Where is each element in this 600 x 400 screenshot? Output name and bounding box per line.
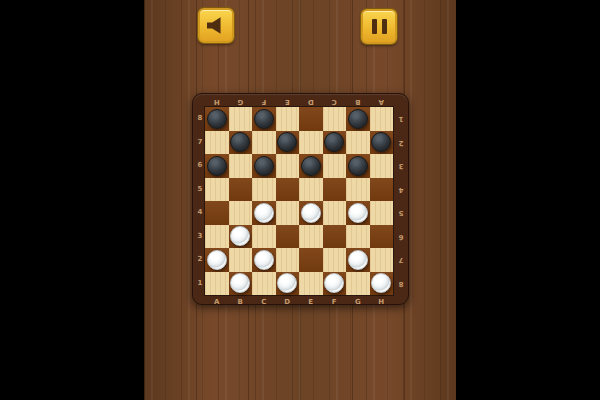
black-man-e6[interactable] [301,156,321,176]
square-f4[interactable] [323,201,347,225]
square-c6[interactable] [252,154,276,178]
pause-button[interactable] [361,9,397,44]
square-a3[interactable] [205,225,229,249]
black-man-h7[interactable] [371,132,391,152]
coordinate-label: E [299,297,323,307]
coordinate-label: 8 [195,107,205,131]
coordinate-label: 3 [396,154,406,178]
square-b1[interactable] [229,272,253,296]
white-man-g4[interactable] [348,203,368,223]
square-e8[interactable] [299,107,323,131]
square-f2[interactable] [323,248,347,272]
square-f7[interactable] [323,131,347,155]
square-g1[interactable] [346,272,370,296]
coordinate-label: 2 [195,248,205,272]
square-b4[interactable] [229,201,253,225]
coordinate-label: 7 [396,248,406,272]
square-d1[interactable] [276,272,300,296]
square-e6[interactable] [299,154,323,178]
white-man-b1[interactable] [230,273,250,293]
white-man-h1[interactable] [371,273,391,293]
square-d2[interactable] [276,248,300,272]
square-b6[interactable] [229,154,253,178]
coordinate-label: H [205,97,229,107]
black-man-d7[interactable] [277,132,297,152]
coordinate-label: 5 [195,178,205,202]
square-d5[interactable] [276,178,300,202]
square-h6[interactable] [370,154,394,178]
square-h1[interactable] [370,272,394,296]
square-b8[interactable] [229,107,253,131]
square-c2[interactable] [252,248,276,272]
square-h3[interactable] [370,225,394,249]
square-f8[interactable] [323,107,347,131]
square-g4[interactable] [346,201,370,225]
coordinate-label: 2 [396,131,406,155]
square-c3[interactable] [252,225,276,249]
black-man-f7[interactable] [324,132,344,152]
wood-background: ABCDEFGH ABCDEFGH 87654321 87654321 [144,0,456,400]
square-e1[interactable] [299,272,323,296]
square-f6[interactable] [323,154,347,178]
black-man-g8[interactable] [348,109,368,129]
rank-labels-right: 87654321 [396,107,406,295]
black-man-b7[interactable] [230,132,250,152]
coordinate-label: B [346,97,370,107]
coordinate-label: D [276,297,300,307]
square-e5[interactable] [299,178,323,202]
square-a7[interactable] [205,131,229,155]
white-man-a2[interactable] [207,250,227,270]
square-b2[interactable] [229,248,253,272]
coordinate-label: 1 [195,272,205,296]
square-f5[interactable] [323,178,347,202]
coordinate-label: 6 [396,225,406,249]
square-d7[interactable] [276,131,300,155]
coordinate-label: A [370,97,394,107]
coordinate-label: H [370,297,394,307]
coordinate-label: 7 [195,131,205,155]
square-c1[interactable] [252,272,276,296]
coordinate-label: F [252,97,276,107]
sound-button[interactable] [198,8,234,43]
square-c4[interactable] [252,201,276,225]
square-b7[interactable] [229,131,253,155]
file-labels-top: ABCDEFGH [205,97,393,107]
coordinate-label: D [299,97,323,107]
rank-labels-left: 87654321 [195,107,205,295]
coordinate-label: 8 [396,272,406,296]
black-man-c6[interactable] [254,156,274,176]
square-b3[interactable] [229,225,253,249]
square-c8[interactable] [252,107,276,131]
pause-icon [372,19,387,34]
coordinate-label: F [323,297,347,307]
white-man-c4[interactable] [254,203,274,223]
square-e2[interactable] [299,248,323,272]
square-h4[interactable] [370,201,394,225]
square-a1[interactable] [205,272,229,296]
square-b5[interactable] [229,178,253,202]
coordinate-label: G [346,297,370,307]
white-man-e4[interactable] [301,203,321,223]
square-g5[interactable] [346,178,370,202]
square-g7[interactable] [346,131,370,155]
coordinate-label: E [276,97,300,107]
checkers-board: ABCDEFGH ABCDEFGH 87654321 87654321 [192,93,409,305]
square-c5[interactable] [252,178,276,202]
square-a4[interactable] [205,201,229,225]
square-f3[interactable] [323,225,347,249]
black-man-a8[interactable] [207,109,227,129]
coordinate-label: 6 [195,154,205,178]
square-g3[interactable] [346,225,370,249]
board-squares [205,107,393,295]
square-d6[interactable] [276,154,300,178]
coordinate-label: 5 [396,201,406,225]
white-man-g2[interactable] [348,250,368,270]
square-a8[interactable] [205,107,229,131]
black-man-a6[interactable] [207,156,227,176]
square-f1[interactable] [323,272,347,296]
square-a5[interactable] [205,178,229,202]
square-h7[interactable] [370,131,394,155]
coordinate-label: 4 [195,201,205,225]
white-man-f1[interactable] [324,273,344,293]
square-d3[interactable] [276,225,300,249]
white-man-c2[interactable] [254,250,274,270]
speaker-icon [207,17,226,34]
coordinate-label: C [323,97,347,107]
coordinate-label: B [229,297,253,307]
square-g8[interactable] [346,107,370,131]
square-a2[interactable] [205,248,229,272]
black-man-c8[interactable] [254,109,274,129]
white-man-d1[interactable] [277,273,297,293]
square-h5[interactable] [370,178,394,202]
square-d8[interactable] [276,107,300,131]
square-a6[interactable] [205,154,229,178]
square-h8[interactable] [370,107,394,131]
square-d4[interactable] [276,201,300,225]
coordinate-label: 1 [396,107,406,131]
square-e3[interactable] [299,225,323,249]
square-g2[interactable] [346,248,370,272]
white-man-b3[interactable] [230,226,250,246]
coordinate-label: 4 [396,178,406,202]
coordinate-label: 3 [195,225,205,249]
square-e4[interactable] [299,201,323,225]
square-h2[interactable] [370,248,394,272]
coordinate-label: G [229,97,253,107]
square-g6[interactable] [346,154,370,178]
black-man-g6[interactable] [348,156,368,176]
file-labels-bottom: ABCDEFGH [205,297,393,307]
square-c7[interactable] [252,131,276,155]
square-e7[interactable] [299,131,323,155]
coordinate-label: C [252,297,276,307]
coordinate-label: A [205,297,229,307]
